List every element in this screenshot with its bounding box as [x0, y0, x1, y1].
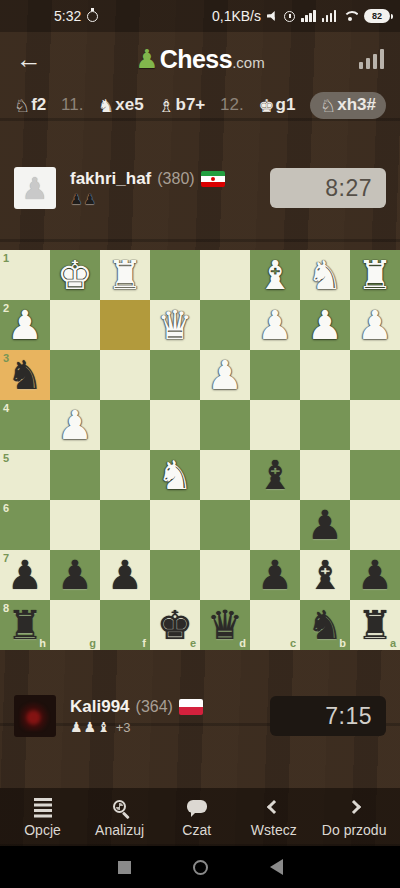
black-pawn-f7[interactable]: ♟ — [100, 550, 150, 600]
white-pawn-b2[interactable]: ♟ — [300, 300, 350, 350]
android-nav-bar — [0, 846, 400, 888]
avatar[interactable]: ♟ — [14, 167, 56, 209]
logo-suffix: .com — [232, 54, 265, 71]
square-g2[interactable] — [50, 300, 100, 350]
avatar[interactable] — [14, 695, 56, 737]
bottom-nav: Opcje Analizuj Czat Wstecz Do przodu — [0, 788, 400, 846]
black-pawn-h7[interactable]: ♟ — [0, 550, 50, 600]
move-number: 12. — [220, 95, 244, 115]
square-b7[interactable]: ♝ — [300, 550, 350, 600]
black-pawn-c7[interactable]: ♟ — [250, 550, 300, 600]
square-g6[interactable] — [50, 500, 100, 550]
wifi-icon — [342, 10, 358, 22]
square-a5[interactable] — [350, 450, 400, 500]
move-text: b7+ — [176, 95, 206, 115]
stats-bars-icon[interactable] — [359, 49, 385, 69]
white-pawn-g4[interactable]: ♟ — [50, 400, 100, 450]
status-bar: 5:32 0,1KB/s 82 — [0, 0, 400, 32]
rank-label-4: 4 — [3, 402, 9, 414]
square-f6[interactable] — [100, 500, 150, 550]
square-g8[interactable]: g — [50, 600, 100, 650]
chevron-left-icon — [267, 799, 281, 813]
clock-time: 5:32 — [54, 8, 81, 24]
file-label-g: g — [89, 637, 96, 649]
piece-glyph: ♘ — [14, 95, 30, 116]
square-g7[interactable]: ♟ — [50, 550, 100, 600]
square-d1[interactable] — [200, 250, 250, 300]
white-queen-e2[interactable]: ♛ — [150, 300, 200, 350]
square-c6[interactable] — [250, 500, 300, 550]
chess-board[interactable]: 1♚♜♝♞♜2♟♛♟♟♟3♞♟4♟5♞♝6♟7♟♟♟♟♝♟8h♜gfe♚d♛cb… — [0, 250, 400, 650]
iran-flag-icon — [201, 171, 225, 187]
white-bishop-c1[interactable]: ♝ — [250, 250, 300, 300]
captured-white-pawn-icon: ♟ — [84, 720, 97, 734]
player-rating: (380) — [157, 170, 194, 188]
battery-icon: 82 — [364, 9, 390, 23]
square-e8[interactable]: e♚ — [150, 600, 200, 650]
square-f4[interactable] — [100, 400, 150, 450]
move[interactable]: ♘xh3# — [310, 92, 386, 119]
white-king-g1[interactable]: ♚ — [50, 250, 100, 300]
piece-glyph: ♘ — [320, 95, 336, 116]
square-a4[interactable] — [350, 400, 400, 450]
white-pawn-h2[interactable]: ♟ — [0, 300, 50, 350]
black-pawn-g7[interactable]: ♟ — [50, 550, 100, 600]
square-d6[interactable] — [200, 500, 250, 550]
network-speed: 0,1KB/s — [212, 8, 261, 24]
nav-label: Do przodu — [322, 822, 387, 838]
square-e1[interactable] — [150, 250, 200, 300]
square-f3[interactable] — [100, 350, 150, 400]
square-b1[interactable]: ♞ — [300, 250, 350, 300]
square-b3[interactable] — [300, 350, 350, 400]
analysis-magnifier-icon — [113, 800, 126, 813]
square-f1[interactable]: ♜ — [100, 250, 150, 300]
square-h2[interactable]: 2♟ — [0, 300, 50, 350]
options-button[interactable]: Opcje — [14, 797, 72, 838]
square-a7[interactable]: ♟ — [350, 550, 400, 600]
square-h1[interactable]: 1 — [0, 250, 50, 300]
move-list[interactable]: ♘f211.♞xe5♗b7+12.♚g1♘xh3# — [0, 86, 400, 124]
square-e5[interactable]: ♞ — [150, 450, 200, 500]
square-b2[interactable]: ♟ — [300, 300, 350, 350]
square-a1[interactable]: ♜ — [350, 250, 400, 300]
nav-label: Analizuj — [95, 822, 144, 838]
square-c8[interactable]: c — [250, 600, 300, 650]
square-e3[interactable] — [150, 350, 200, 400]
signal-bars-icon-sim1 — [301, 10, 316, 22]
black-king-e8[interactable]: ♚ — [150, 600, 200, 650]
logo-text: Chess — [160, 45, 233, 74]
list-icon — [34, 798, 52, 801]
move-text: xh3# — [337, 95, 376, 115]
player-rating: (364) — [136, 698, 173, 716]
captured-white-pawn-icon: ♟ — [70, 720, 83, 734]
stopwatch-icon — [87, 11, 98, 22]
square-a6[interactable] — [350, 500, 400, 550]
square-e4[interactable] — [150, 400, 200, 450]
square-f7[interactable]: ♟ — [100, 550, 150, 600]
captured-black-pawn-icon: ♟ — [84, 192, 97, 206]
square-a8[interactable]: a♜ — [350, 600, 400, 650]
square-g3[interactable] — [50, 350, 100, 400]
nav-label: Wstecz — [251, 822, 297, 838]
back-button[interactable]: ← — [16, 46, 42, 72]
square-c4[interactable] — [250, 400, 300, 450]
square-d3[interactable]: ♟ — [200, 350, 250, 400]
nav-label: Opcje — [24, 822, 61, 838]
square-h4[interactable]: 4 — [0, 400, 50, 450]
file-label-c: c — [290, 637, 296, 649]
file-label-f: f — [142, 637, 146, 649]
square-d8[interactable]: d♛ — [200, 600, 250, 650]
white-rook-f1[interactable]: ♜ — [100, 250, 150, 300]
player-name[interactable]: fakhri_haf — [70, 169, 151, 189]
black-knight-h3[interactable]: ♞ — [0, 350, 50, 400]
black-queen-d8[interactable]: ♛ — [200, 600, 250, 650]
square-f2[interactable] — [100, 300, 150, 350]
square-e7[interactable] — [150, 550, 200, 600]
captured-pieces-bottom: ♟♟♝+3 — [70, 719, 270, 735]
white-rook-a1[interactable]: ♜ — [350, 250, 400, 300]
move[interactable]: ♗b7+ — [158, 95, 205, 116]
square-f8[interactable]: f — [100, 600, 150, 650]
back-move-button[interactable]: Wstecz — [245, 797, 303, 838]
chat-icon — [187, 800, 207, 813]
square-c2[interactable]: ♟ — [250, 300, 300, 350]
black-bishop-c5[interactable]: ♝ — [250, 450, 300, 500]
analyze-button[interactable]: Analizuj — [91, 797, 149, 838]
default-pawn-avatar-icon: ♟ — [22, 171, 49, 206]
black-rook-h8[interactable]: ♜ — [0, 600, 50, 650]
player-top: ♟ fakhri_haf (380) ♟♟ 8:27 — [0, 160, 400, 216]
square-g5[interactable] — [50, 450, 100, 500]
move-text: g1 — [276, 95, 296, 115]
square-d2[interactable] — [200, 300, 250, 350]
square-a2[interactable]: ♟ — [350, 300, 400, 350]
move[interactable]: ♞xe5 — [98, 95, 144, 116]
square-h3[interactable]: 3♞ — [0, 350, 50, 400]
player-name[interactable]: Kali994 — [70, 697, 130, 717]
black-pawn-b6[interactable]: ♟ — [300, 500, 350, 550]
rank-label-6: 6 — [3, 502, 9, 514]
signal-bars-icon-sim2 — [322, 10, 337, 22]
piece-glyph: ♚ — [258, 95, 274, 116]
back-triangle-icon[interactable] — [270, 859, 283, 875]
home-circle-icon[interactable] — [193, 860, 208, 875]
move[interactable]: ♘f2 — [14, 95, 46, 116]
square-e6[interactable] — [150, 500, 200, 550]
square-b5[interactable] — [300, 450, 350, 500]
captured-pieces-top: ♟♟ — [70, 191, 270, 207]
clock-bottom: 7:15 — [270, 696, 386, 736]
green-pawn-logo-icon: ♟ — [135, 46, 158, 72]
square-h7[interactable]: 7♟ — [0, 550, 50, 600]
app-header: ← ♟ Chess .com — [0, 32, 400, 86]
move-number: 11. — [61, 95, 83, 115]
alarm-icon — [284, 11, 295, 22]
rank-label-5: 5 — [3, 452, 9, 464]
forward-move-button[interactable]: Do przodu — [322, 797, 387, 838]
rank-label-1: 1 — [3, 252, 9, 264]
square-h6[interactable]: 6 — [0, 500, 50, 550]
square-b6[interactable]: ♟ — [300, 500, 350, 550]
white-pawn-a2[interactable]: ♟ — [350, 300, 400, 350]
square-g4[interactable]: ♟ — [50, 400, 100, 450]
square-f5[interactable] — [100, 450, 150, 500]
piece-glyph: ♗ — [158, 95, 174, 116]
black-rook-a8[interactable]: ♜ — [350, 600, 400, 650]
square-h5[interactable]: 5 — [0, 450, 50, 500]
black-pawn-a7[interactable]: ♟ — [350, 550, 400, 600]
square-b4[interactable] — [300, 400, 350, 450]
square-d7[interactable] — [200, 550, 250, 600]
square-h8[interactable]: 8h♜ — [0, 600, 50, 650]
white-knight-e5[interactable]: ♞ — [150, 450, 200, 500]
square-c1[interactable]: ♝ — [250, 250, 300, 300]
chat-button[interactable]: Czat — [168, 797, 226, 838]
square-d5[interactable] — [200, 450, 250, 500]
captured-black-pawn-icon: ♟ — [70, 192, 83, 206]
black-bishop-b7[interactable]: ♝ — [300, 550, 350, 600]
captured-white-bishop-icon: ♝ — [97, 720, 110, 734]
black-knight-b8[interactable]: ♞ — [300, 600, 350, 650]
square-a3[interactable] — [350, 350, 400, 400]
move-text: xe5 — [115, 95, 143, 115]
move[interactable]: ♚g1 — [258, 95, 295, 116]
square-c5[interactable]: ♝ — [250, 450, 300, 500]
square-b8[interactable]: b♞ — [300, 600, 350, 650]
square-e2[interactable]: ♛ — [150, 300, 200, 350]
chesscom-logo: ♟ Chess .com — [135, 45, 264, 74]
square-g1[interactable]: ♚ — [50, 250, 100, 300]
mute-icon — [267, 11, 278, 21]
material-advantage: +3 — [116, 720, 131, 735]
square-d4[interactable] — [200, 400, 250, 450]
white-pawn-c2[interactable]: ♟ — [250, 300, 300, 350]
player-bottom: Kali994 (364) ♟♟♝+3 7:15 — [0, 688, 400, 744]
clock-top: 8:27 — [270, 168, 386, 208]
chevron-right-icon — [347, 799, 361, 813]
move-text: 12. — [220, 95, 244, 115]
white-knight-b1[interactable]: ♞ — [300, 250, 350, 300]
square-c3[interactable] — [250, 350, 300, 400]
piece-glyph: ♞ — [98, 95, 114, 116]
square-c7[interactable]: ♟ — [250, 550, 300, 600]
white-pawn-d3[interactable]: ♟ — [200, 350, 250, 400]
nav-label: Czat — [182, 822, 211, 838]
poland-flag-icon — [179, 699, 203, 715]
move-text: 11. — [61, 95, 83, 115]
move-text: f2 — [31, 95, 46, 115]
recents-square-icon[interactable] — [118, 861, 131, 874]
